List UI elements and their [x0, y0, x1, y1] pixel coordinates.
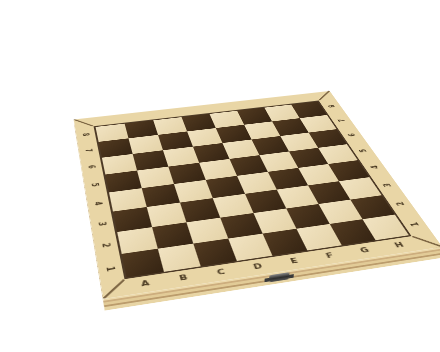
- rank-label-text: 2: [394, 201, 406, 206]
- piece-black-pawn-a7[interactable]: ♟: [78, 133, 157, 151]
- photo-scene: ABCDEFGH 87654321 87654321 ♜♞♝♛♚♝♞♜♟♟♟♟♟…: [0, 0, 440, 352]
- rank-label-text: 5: [90, 182, 101, 187]
- pieces-layer: ♜♞♝♛♚♝♞♜♟♟♟♟♟♟♟♟♟♟♟♟♟♟♟♟♜♞♝♛♚♝♞♜: [74, 91, 330, 120]
- metal-clasp-icon: [269, 272, 290, 282]
- rank-label-text: 5: [357, 148, 368, 152]
- rank-label-text: 3: [96, 221, 108, 227]
- rank-label-text: 1: [408, 221, 421, 227]
- rank-label-text: 2: [100, 243, 112, 249]
- chessboard: ABCDEFGH 87654321 87654321 ♜♞♝♛♚♝♞♜♟♟♟♟♟…: [74, 91, 440, 299]
- rank-label-text: 6: [86, 165, 96, 170]
- rank-label: 1: [97, 255, 125, 283]
- rank-label-text: 4: [369, 165, 381, 170]
- rank-label-text: 1: [104, 266, 117, 272]
- rank-label-text: 6: [347, 133, 358, 137]
- rank-label-text: 4: [93, 201, 104, 206]
- rank-label-text: 3: [381, 183, 393, 188]
